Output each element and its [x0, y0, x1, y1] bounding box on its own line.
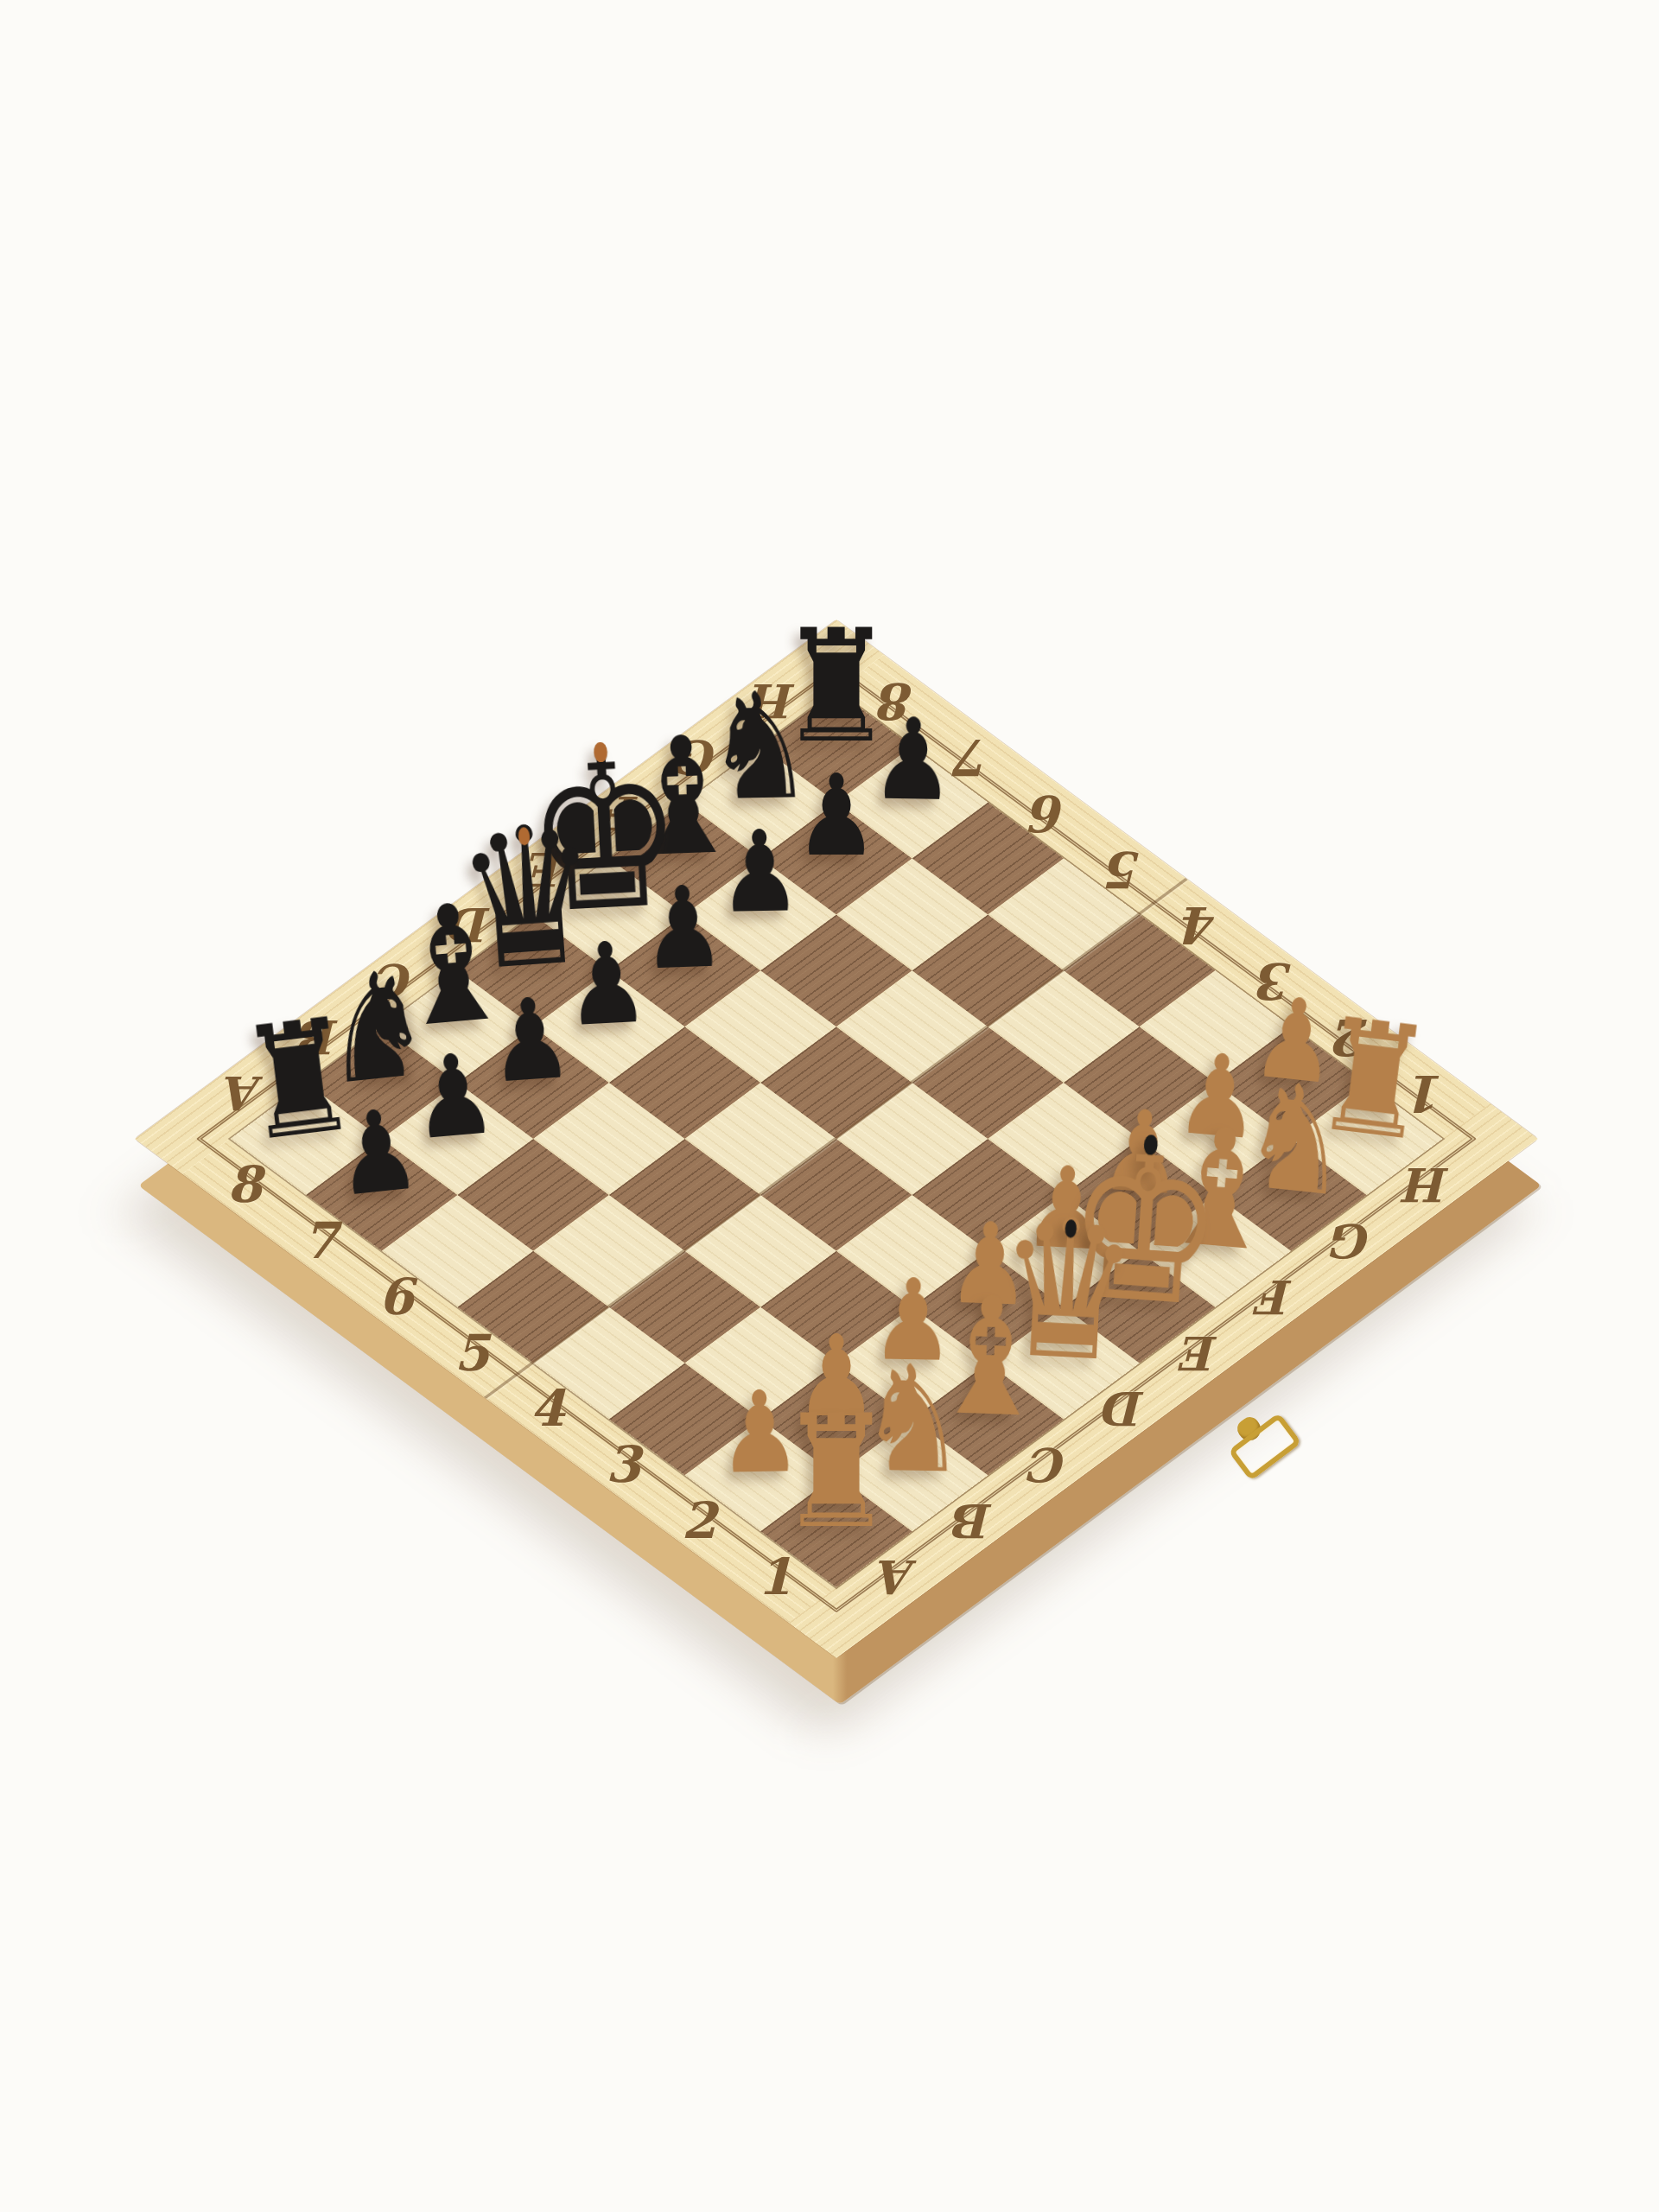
black-queen-finial-tip [518, 827, 531, 846]
black-king-finial-tip [594, 741, 607, 762]
chess-set-photo: 88AA77BB66CC55DD44EE33FF22GG11HH ♜♞♝♛♚♝♞… [0, 0, 1659, 2212]
white-queen-finial-tip [1065, 1219, 1077, 1238]
pieces-layer: ♜♞♝♛♚♝♞♜♟♟♟♟♟♟♟♟♟♟♟♟♟♟♟♟♜♞♝♛♚♝♞♜ [135, 620, 1538, 1657]
chess-board: 88AA77BB66CC55DD44EE33FF22GG11HH ♜♞♝♛♚♝♞… [135, 620, 1538, 1657]
white-king-finial-tip [1144, 1135, 1159, 1155]
